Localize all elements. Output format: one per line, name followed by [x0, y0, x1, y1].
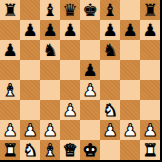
square-e3[interactable]	[80, 100, 100, 120]
square-b2[interactable]: ♟	[20, 120, 40, 140]
square-h4[interactable]	[140, 80, 160, 100]
white-pawn-icon: ♟	[62, 100, 77, 120]
square-h5[interactable]	[140, 60, 160, 80]
square-b7[interactable]: ♟	[20, 20, 40, 40]
square-e6[interactable]	[80, 40, 100, 60]
white-pawn-icon: ♟	[2, 120, 17, 140]
square-g3[interactable]	[120, 100, 140, 120]
white-bishop-icon: ♝	[42, 140, 57, 160]
square-h1[interactable]: ♜	[140, 140, 160, 160]
square-f4[interactable]	[100, 80, 120, 100]
square-f7[interactable]: ♟	[100, 20, 120, 40]
black-pawn-icon: ♟	[142, 20, 157, 40]
black-pawn-icon: ♟	[122, 20, 137, 40]
square-a1[interactable]: ♜	[0, 140, 20, 160]
white-bishop-icon: ♝	[2, 80, 17, 100]
black-rook-icon: ♜	[142, 0, 157, 20]
square-a5[interactable]	[0, 60, 20, 80]
square-e5[interactable]: ♟	[80, 60, 100, 80]
black-bishop-icon: ♝	[102, 0, 117, 20]
white-rook-icon: ♜	[2, 140, 17, 160]
square-c4[interactable]	[40, 80, 60, 100]
square-d1[interactable]: ♛	[60, 140, 80, 160]
square-f2[interactable]: ♟	[100, 120, 120, 140]
square-c7[interactable]: ♟	[40, 20, 60, 40]
square-b6[interactable]	[20, 40, 40, 60]
black-bishop-icon: ♝	[42, 0, 57, 20]
square-e4[interactable]: ♟	[80, 80, 100, 100]
square-g6[interactable]	[120, 40, 140, 60]
square-d8[interactable]: ♛	[60, 0, 80, 20]
square-g8[interactable]	[120, 0, 140, 20]
white-king-icon: ♚	[82, 140, 97, 160]
square-a8[interactable]: ♜	[0, 0, 20, 20]
black-pawn-icon: ♟	[102, 20, 117, 40]
square-f3[interactable]: ♞	[100, 100, 120, 120]
square-d5[interactable]	[60, 60, 80, 80]
white-pawn-icon: ♟	[22, 120, 37, 140]
square-c2[interactable]: ♟	[40, 120, 60, 140]
black-pawn-icon: ♟	[22, 20, 37, 40]
square-e1[interactable]: ♚	[80, 140, 100, 160]
square-g1[interactable]	[120, 140, 140, 160]
square-h2[interactable]: ♟	[140, 120, 160, 140]
square-g2[interactable]: ♟	[120, 120, 140, 140]
square-a2[interactable]: ♟	[0, 120, 20, 140]
square-d3[interactable]: ♟	[60, 100, 80, 120]
square-f6[interactable]: ♞	[100, 40, 120, 60]
square-a3[interactable]	[0, 100, 20, 120]
square-b8[interactable]	[20, 0, 40, 20]
white-pawn-icon: ♟	[142, 120, 157, 140]
square-e2[interactable]	[80, 120, 100, 140]
square-a4[interactable]: ♝	[0, 80, 20, 100]
square-g7[interactable]: ♟	[120, 20, 140, 40]
square-h3[interactable]	[140, 100, 160, 120]
white-knight-icon: ♞	[102, 100, 117, 120]
square-c3[interactable]	[40, 100, 60, 120]
square-b1[interactable]: ♞	[20, 140, 40, 160]
black-pawn-icon: ♟	[62, 20, 77, 40]
square-d7[interactable]: ♟	[60, 20, 80, 40]
white-pawn-icon: ♟	[102, 120, 117, 140]
square-b5[interactable]	[20, 60, 40, 80]
square-e8[interactable]: ♚	[80, 0, 100, 20]
square-d6[interactable]	[60, 40, 80, 60]
square-f8[interactable]: ♝	[100, 0, 120, 20]
white-pawn-icon: ♟	[42, 120, 57, 140]
square-g4[interactable]	[120, 80, 140, 100]
square-h7[interactable]: ♟	[140, 20, 160, 40]
white-knight-icon: ♞	[22, 140, 37, 160]
square-h6[interactable]	[140, 40, 160, 60]
square-g5[interactable]	[120, 60, 140, 80]
black-pawn-icon: ♟	[82, 60, 97, 80]
black-knight-icon: ♞	[42, 40, 57, 60]
white-pawn-icon: ♟	[82, 80, 97, 100]
square-c1[interactable]: ♝	[40, 140, 60, 160]
white-queen-icon: ♛	[62, 140, 77, 160]
square-b4[interactable]	[20, 80, 40, 100]
square-b3[interactable]	[20, 100, 40, 120]
square-h8[interactable]: ♜	[140, 0, 160, 20]
square-d2[interactable]	[60, 120, 80, 140]
square-a7[interactable]	[0, 20, 20, 40]
square-a6[interactable]: ♟	[0, 40, 20, 60]
square-f5[interactable]	[100, 60, 120, 80]
square-c8[interactable]: ♝	[40, 0, 60, 20]
white-pawn-icon: ♟	[122, 120, 137, 140]
black-pawn-icon: ♟	[2, 40, 17, 60]
black-knight-icon: ♞	[102, 40, 117, 60]
black-king-icon: ♚	[82, 0, 97, 20]
square-c6[interactable]: ♞	[40, 40, 60, 60]
square-c5[interactable]	[40, 60, 60, 80]
black-pawn-icon: ♟	[42, 20, 57, 40]
black-rook-icon: ♜	[2, 0, 17, 20]
white-rook-icon: ♜	[142, 140, 157, 160]
chess-board: ♜♝♛♚♝♜♟♟♟♟♟♟♟♞♞♟♝♟♟♞♟♟♟♟♟♟♜♞♝♛♚♜	[0, 0, 162, 162]
square-e7[interactable]	[80, 20, 100, 40]
black-queen-icon: ♛	[62, 0, 77, 20]
square-d4[interactable]	[60, 80, 80, 100]
square-f1[interactable]	[100, 140, 120, 160]
